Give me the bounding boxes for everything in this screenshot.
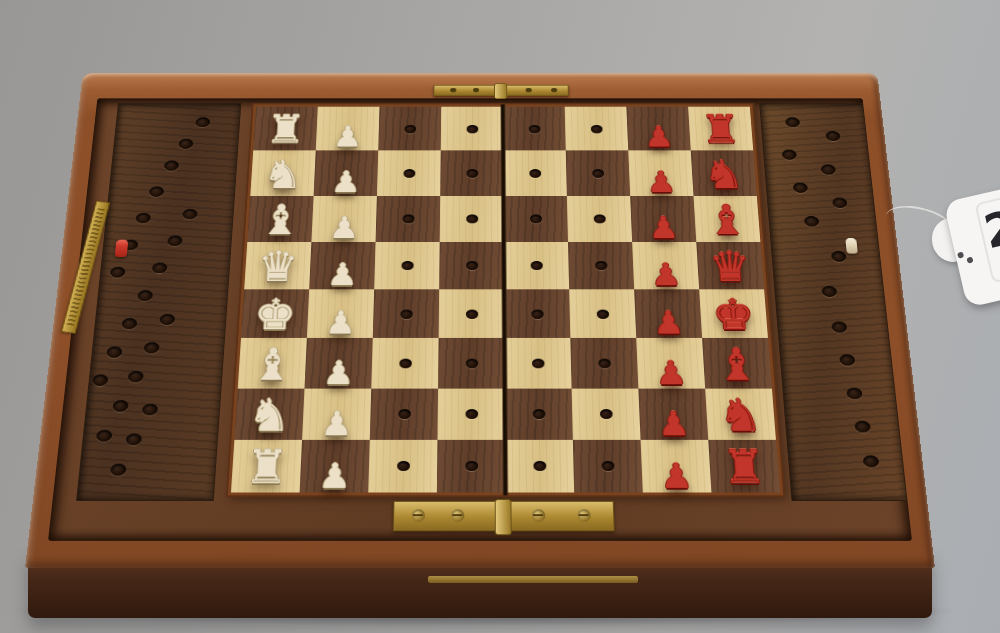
storage-hole [782,149,797,159]
square-r8c6 [573,440,643,493]
square-r4c6 [568,242,634,289]
peg-hole [404,169,416,178]
storage-hole [167,235,183,246]
storage-hole [839,354,855,365]
storage-hole [128,371,144,382]
storage-hole [831,322,847,333]
red-king: ♚ [711,294,756,337]
ivory-queen: ♛ [256,246,300,287]
storage-hole [846,387,862,399]
square-r2c4 [440,151,503,196]
square-r5c8: ♚ [699,289,768,338]
peg-hole [602,461,615,471]
square-r5c3 [373,289,439,338]
square-r4c5 [504,242,569,289]
square-r6c4 [438,338,505,388]
red-queen: ♛ [708,246,752,287]
square-r7c3 [370,388,438,439]
peg-hole [466,409,479,419]
red-rook: ♜ [699,111,741,149]
square-r4c8: ♛ [696,242,764,289]
ivory-pawn: ♟ [320,407,353,440]
square-r8c8: ♜ [708,440,780,493]
screw-icon [451,509,464,521]
storage-hole [178,139,193,149]
square-r3c7: ♟ [630,196,696,242]
square-r6c2: ♟ [304,338,372,388]
square-r1c6 [565,107,629,151]
square-r7c1: ♞ [234,388,304,439]
peg-hole [529,169,541,178]
peg-hole [592,169,604,178]
storage-hole [135,213,151,223]
square-r8c3 [368,440,437,493]
screw-icon [526,88,532,93]
square-r1c4 [441,107,504,151]
ivory-pawn: ♟ [332,123,363,152]
hinge-knuckle [494,83,507,99]
peg-hole [465,461,478,471]
red-pawn: ♟ [654,357,687,390]
square-r4c1: ♛ [244,242,311,289]
red-pawn: ♟ [650,259,682,290]
chess-board: ♜♟♟♜♞♟♟♞♝♟♟♝♛♟♟♛♚♟♟♚♝♟♟♝♞♟♟♞♜♟♟♜ [228,104,783,495]
square-r1c5 [503,107,566,151]
square-r1c2: ♟ [316,107,380,151]
square-r6c8: ♝ [702,338,772,388]
square-r8c4 [437,440,506,493]
peg-hole [533,461,546,471]
peg-hole [467,125,479,133]
square-r3c2: ♟ [311,196,376,242]
peg-hole [533,409,546,419]
square-r2c8: ♞ [691,151,757,196]
peg-hole [595,261,607,270]
storage-hole [152,262,168,273]
peg-hole [594,215,606,224]
ivory-knight: ♞ [247,393,293,438]
ivory-rook: ♜ [265,111,307,149]
peg-hole [399,359,412,369]
square-r6c5 [504,338,571,388]
red-pawn: ♟ [643,123,674,152]
peg-hole [466,261,478,270]
peg-hole [466,215,478,224]
square-r4c7: ♟ [632,242,699,289]
red-knight: ♞ [702,155,745,194]
peg-hole [400,309,412,318]
peg-hole [398,409,411,419]
square-r3c8: ♝ [693,196,760,242]
storage-hole [149,186,164,196]
square-r3c6 [567,196,632,242]
screw-icon [450,88,456,93]
storage-hole [137,290,153,301]
square-r2c3 [377,151,441,196]
red-bishop: ♝ [714,343,760,387]
square-r6c3 [371,338,438,388]
peg-hole [600,409,613,419]
storage-hole [785,117,800,127]
square-r2c7: ♟ [628,151,693,196]
storage-hole [144,342,160,353]
square-r1c8: ♜ [688,107,753,151]
square-r7c8: ♞ [705,388,776,439]
storage-hole [92,375,108,386]
square-r6c7: ♟ [636,338,705,388]
square-r6c6 [570,338,638,388]
ivory-pawn: ♟ [330,167,361,196]
lot-tag: 22 [942,184,1000,314]
storage-hole [142,404,158,416]
storage-hole [862,455,879,467]
storage-hole [820,164,835,174]
ivory-knight: ♞ [262,155,305,194]
storage-hole [121,318,137,329]
square-r8c5 [505,440,574,493]
square-r3c5 [504,196,568,242]
square-r5c5 [504,289,570,338]
storage-hole [832,198,848,208]
storage-hole [821,286,837,297]
red-marker-peg [115,240,129,257]
storage-hole [110,266,126,277]
peg-hole [401,261,413,270]
red-pawn: ♟ [645,167,676,196]
square-r2c5 [503,151,567,196]
storage-hole [195,117,210,127]
square-r1c3 [378,107,441,151]
peg-hole [532,359,544,369]
square-r4c2: ♟ [309,242,375,289]
storage-hole [804,216,820,227]
ivory-bishop: ♝ [259,200,302,240]
peg-hole [531,309,543,318]
ivory-bishop: ♝ [250,343,295,387]
red-pawn: ♟ [659,459,693,493]
screw-icon [551,88,557,93]
peg-hole [597,309,609,318]
ivory-pawn: ♟ [324,307,356,339]
red-knight: ♞ [717,393,763,438]
square-r4c3 [374,242,440,289]
square-r2c1: ♞ [250,151,315,196]
closed-lid-hinge-glint [428,576,638,583]
ivory-pawn: ♟ [326,259,358,290]
peg-hole [404,125,416,133]
square-r5c6 [569,289,636,338]
square-r1c1: ♜ [253,107,318,151]
square-r3c3 [376,196,441,242]
screw-icon [532,509,545,521]
peg-hole [598,359,611,369]
screw-icon [578,509,591,521]
square-r8c7: ♟ [641,440,712,493]
square-r1c7: ♟ [626,107,690,151]
peg-hole [403,215,415,224]
ivory-rook: ♜ [243,444,289,490]
storage-hole [854,421,871,433]
string-holes [957,248,980,266]
screw-icon [412,509,425,521]
peg-hole [529,125,541,133]
peg-hole [466,359,478,369]
ivory-king: ♚ [253,294,297,337]
tag-body: 22 [943,176,1000,308]
photo-scene: ♜♟♟♜♞♟♟♞♝♟♟♝♛♟♟♛♚♟♟♚♝♟♟♝♞♟♟♞♜♟♟♜ 22 [0,0,1000,633]
square-r8c2: ♟ [300,440,370,493]
storage-hole [126,434,143,446]
ivory-pawn: ♟ [322,357,355,390]
red-rook: ♜ [721,444,768,490]
square-r8c1: ♜ [231,440,302,493]
peg-hole [397,461,410,471]
square-r5c2: ♟ [307,289,374,338]
square-r3c4 [440,196,504,242]
storage-hole [831,251,847,262]
square-r7c2: ♟ [302,388,371,439]
ivory-pawn: ♟ [318,459,352,493]
square-r7c5 [505,388,573,439]
storage-hole [110,464,127,476]
peg-hole [531,261,543,270]
screw-icon [473,88,479,93]
square-r5c4 [439,289,505,338]
hinge-knuckle [495,499,512,535]
square-r6c1: ♝ [238,338,307,388]
red-pawn: ♟ [657,407,691,440]
peg-hole [530,215,542,224]
storage-hole [159,314,175,325]
storage-hole [112,400,128,412]
chess-box: ♜♟♟♜♞♟♟♞♝♟♟♝♛♟♟♛♚♟♟♚♝♟♟♝♞♟♟♞♜♟♟♜ [25,73,935,568]
storage-hole [182,209,197,219]
ivory-marker-peg [845,238,858,254]
square-r7c4 [437,388,505,439]
top-hinge [433,85,568,96]
storage-hole [825,131,840,141]
red-pawn: ♟ [648,213,680,243]
storage-hole [96,429,113,441]
square-r2c2: ♟ [314,151,379,196]
square-r4c4 [439,242,504,289]
peg-hole [467,169,479,178]
square-r5c7: ♟ [634,289,702,338]
bottom-hinge [393,501,615,531]
peg-hole [591,125,603,133]
square-r3c1: ♝ [247,196,313,242]
storage-hole [164,160,179,170]
square-r2c6 [566,151,630,196]
storage-hole [793,183,808,193]
square-r5c1: ♚ [241,289,309,338]
red-bishop: ♝ [705,200,749,240]
square-r7c6 [572,388,641,439]
ivory-pawn: ♟ [328,213,359,243]
storage-hole [107,346,123,357]
peg-hole [466,309,478,318]
red-pawn: ♟ [652,307,685,339]
square-r7c7: ♟ [638,388,708,439]
